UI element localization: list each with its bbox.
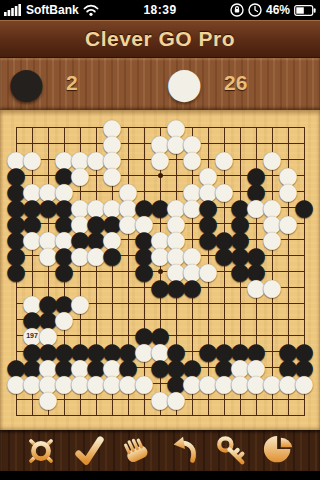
status-bar: SoftBank 18:39 46% xyxy=(0,0,320,20)
white-stone: ● xyxy=(200,263,217,280)
black-capture-stone-icon: ● xyxy=(8,62,45,104)
alarm-clock-icon xyxy=(248,3,262,17)
app-title: Clever GO Pro xyxy=(85,27,235,51)
orientation-lock-icon xyxy=(230,3,244,17)
white-stone: ● xyxy=(280,215,297,232)
checkmark-icon xyxy=(72,434,106,468)
star-point xyxy=(158,173,163,178)
battery-percent-label: 46% xyxy=(266,3,290,17)
pass-button[interactable] xyxy=(117,432,155,470)
white-stone: ● xyxy=(72,295,89,312)
confirm-button[interactable] xyxy=(70,432,108,470)
score-button[interactable] xyxy=(260,432,298,470)
gear-icon xyxy=(24,434,58,468)
white-stone: ● xyxy=(264,279,281,296)
pie-chart-icon xyxy=(262,434,296,468)
key-icon xyxy=(214,434,248,468)
black-stone: ● xyxy=(8,263,25,280)
white-stone: ● xyxy=(72,167,89,184)
app-screen: SoftBank 18:39 46% xyxy=(0,0,320,480)
white-stone: ● xyxy=(24,151,41,168)
white-stone: ● xyxy=(168,391,185,408)
last-move-number-label: 197 xyxy=(24,327,41,344)
title-bar: Clever GO Pro xyxy=(0,20,320,58)
white-stone: ● xyxy=(264,231,281,248)
white-stone: ● xyxy=(216,151,233,168)
black-stone: ● xyxy=(56,263,73,280)
bottom-toolbar xyxy=(0,430,320,471)
white-stone: ● xyxy=(56,311,73,328)
black-stone: ● xyxy=(104,247,121,264)
white-stone: ● xyxy=(152,151,169,168)
undo-button[interactable] xyxy=(165,432,203,470)
white-capture-stone-icon: ● xyxy=(166,62,203,104)
bottom-black-strip xyxy=(0,471,320,480)
black-stone: ● xyxy=(184,279,201,296)
go-board[interactable]: ●●●●●●●●●●●●●●●●●●●●●●●●●●●●●●●●●●●●●●●●… xyxy=(0,110,320,430)
capture-bar: ● 2 ● 26 xyxy=(0,58,320,110)
white-capture-count: 26 xyxy=(224,71,247,95)
black-capture-count: 2 xyxy=(66,71,78,95)
white-stone: ● xyxy=(40,391,57,408)
star-point xyxy=(158,269,163,274)
white-stone: ● xyxy=(296,375,313,392)
settings-button[interactable] xyxy=(22,432,60,470)
hand-icon xyxy=(119,434,153,468)
key-button[interactable] xyxy=(212,432,250,470)
black-stone: ● xyxy=(296,199,313,216)
undo-arrow-icon xyxy=(167,434,201,468)
battery-icon xyxy=(294,5,316,16)
